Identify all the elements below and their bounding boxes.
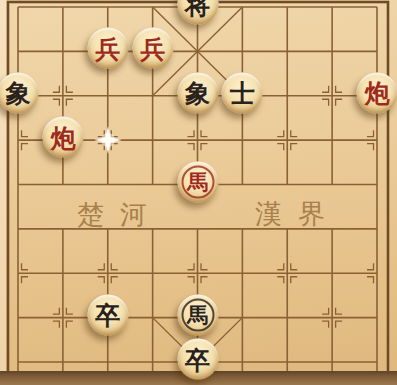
river-label-chu: 楚河 — [61, 197, 163, 233]
piece-black-elephant-2[interactable]: 象 — [177, 72, 218, 113]
piece-glyph: 兵 — [140, 36, 165, 61]
piece-glyph: 卒 — [95, 303, 120, 328]
piece-glyph: 卒 — [185, 347, 210, 372]
xiangqi-board: 楚河 漢界 将兵兵象象士炮炮馬卒馬卒 — [0, 0, 397, 385]
piece-red-soldier-2[interactable]: 兵 — [132, 28, 173, 69]
piece-glyph: 兵 — [95, 36, 120, 61]
river-label-han: 漢界 — [239, 196, 341, 232]
piece-ring — [181, 165, 214, 198]
piece-glyph: 象 — [6, 81, 31, 106]
piece-red-cannon-1[interactable]: 炮 — [357, 72, 397, 113]
piece-red-cannon-2[interactable]: 炮 — [42, 117, 83, 158]
piece-black-horse[interactable]: 馬 — [177, 294, 218, 335]
piece-glyph: 士 — [230, 81, 255, 106]
piece-black-soldier-1[interactable]: 卒 — [87, 294, 128, 335]
piece-glyph: 象 — [185, 81, 210, 106]
piece-red-horse[interactable]: 馬 — [177, 161, 218, 202]
piece-glyph: 将 — [185, 0, 210, 17]
piece-ring — [181, 298, 214, 331]
piece-black-soldier-2[interactable]: 卒 — [177, 339, 218, 380]
piece-red-soldier-1[interactable]: 兵 — [87, 28, 128, 69]
piece-glyph: 炮 — [365, 81, 390, 106]
piece-black-advisor[interactable]: 士 — [222, 72, 263, 113]
piece-glyph: 炮 — [50, 125, 75, 150]
